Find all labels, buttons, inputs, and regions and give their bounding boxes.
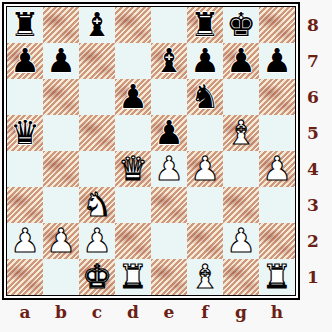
piece-black-pawn-b7[interactable]: ♟ <box>46 43 76 79</box>
square-c8[interactable]: ♝ <box>79 7 115 43</box>
square-c4[interactable] <box>79 151 115 187</box>
square-g2[interactable]: ♟ <box>223 223 259 259</box>
square-a7[interactable]: ♟ <box>7 43 43 79</box>
square-f7[interactable]: ♟ <box>187 43 223 79</box>
rank-label-5: 5 <box>299 115 327 151</box>
piece-white-queen-d4[interactable]: ♛ <box>118 151 148 187</box>
square-h8[interactable] <box>259 7 295 43</box>
square-a1[interactable] <box>7 259 43 295</box>
square-b7[interactable]: ♟ <box>43 43 79 79</box>
piece-white-pawn-g2[interactable]: ♟ <box>226 223 256 259</box>
piece-white-pawn-b2[interactable]: ♟ <box>46 223 76 259</box>
square-f2[interactable] <box>187 223 223 259</box>
square-h3[interactable] <box>259 187 295 223</box>
square-f3[interactable] <box>187 187 223 223</box>
square-e1[interactable] <box>151 259 187 295</box>
square-b3[interactable] <box>43 187 79 223</box>
piece-black-rook-f8[interactable]: ♜ <box>190 7 220 43</box>
square-f8[interactable]: ♜ <box>187 7 223 43</box>
square-e3[interactable] <box>151 187 187 223</box>
file-label-c: c <box>79 298 115 326</box>
rank-label-2: 2 <box>299 223 327 259</box>
piece-white-king-c1[interactable]: ♚ <box>82 259 112 295</box>
rank-label-4: 4 <box>299 151 327 187</box>
piece-white-pawn-h4[interactable]: ♟ <box>262 151 292 187</box>
piece-white-pawn-e4[interactable]: ♟ <box>154 151 184 187</box>
piece-black-bishop-e7[interactable]: ♝ <box>154 43 184 79</box>
square-g1[interactable] <box>223 259 259 295</box>
file-labels: abcdefgh <box>7 298 295 326</box>
square-g5[interactable]: ♝ <box>223 115 259 151</box>
file-label-h: h <box>259 298 295 326</box>
square-h5[interactable] <box>259 115 295 151</box>
square-c1[interactable]: ♚ <box>79 259 115 295</box>
square-b2[interactable]: ♟ <box>43 223 79 259</box>
square-e7[interactable]: ♝ <box>151 43 187 79</box>
rank-label-1: 1 <box>299 259 327 295</box>
square-b8[interactable] <box>43 7 79 43</box>
square-g8[interactable]: ♚ <box>223 7 259 43</box>
square-g3[interactable] <box>223 187 259 223</box>
square-e2[interactable] <box>151 223 187 259</box>
chess-board: ♜♝♜♚♟♟♝♟♟♟♟♞♛♟♝♛♟♟♟♞♟♟♟♟♚♜♝♜ <box>7 7 295 295</box>
square-g7[interactable]: ♟ <box>223 43 259 79</box>
square-e4[interactable]: ♟ <box>151 151 187 187</box>
rank-label-7: 7 <box>299 43 327 79</box>
square-b1[interactable] <box>43 259 79 295</box>
chess-board-border: ♜♝♜♚♟♟♝♟♟♟♟♞♛♟♝♛♟♟♟♞♟♟♟♟♚♜♝♜ <box>6 6 296 296</box>
piece-black-knight-f6[interactable]: ♞ <box>190 79 220 115</box>
piece-black-pawn-d6[interactable]: ♟ <box>118 79 148 115</box>
piece-white-bishop-g5[interactable]: ♝ <box>226 115 256 151</box>
piece-white-pawn-c2[interactable]: ♟ <box>82 223 112 259</box>
square-d3[interactable] <box>115 187 151 223</box>
square-a6[interactable] <box>7 79 43 115</box>
piece-black-pawn-g7[interactable]: ♟ <box>226 43 256 79</box>
square-h7[interactable]: ♟ <box>259 43 295 79</box>
square-c2[interactable]: ♟ <box>79 223 115 259</box>
square-h2[interactable] <box>259 223 295 259</box>
square-c6[interactable] <box>79 79 115 115</box>
piece-black-pawn-h7[interactable]: ♟ <box>262 43 292 79</box>
piece-black-bishop-c8[interactable]: ♝ <box>82 7 112 43</box>
square-h6[interactable] <box>259 79 295 115</box>
square-a8[interactable]: ♜ <box>7 7 43 43</box>
square-c7[interactable] <box>79 43 115 79</box>
piece-white-rook-d1[interactable]: ♜ <box>118 259 148 295</box>
square-d1[interactable]: ♜ <box>115 259 151 295</box>
square-a5[interactable]: ♛ <box>7 115 43 151</box>
square-a2[interactable]: ♟ <box>7 223 43 259</box>
piece-white-pawn-a2[interactable]: ♟ <box>10 223 40 259</box>
piece-black-king-g8[interactable]: ♚ <box>226 7 256 43</box>
file-label-g: g <box>223 298 259 326</box>
square-f1[interactable]: ♝ <box>187 259 223 295</box>
square-b6[interactable] <box>43 79 79 115</box>
rank-label-8: 8 <box>299 7 327 43</box>
file-label-e: e <box>151 298 187 326</box>
square-f6[interactable]: ♞ <box>187 79 223 115</box>
square-g4[interactable] <box>223 151 259 187</box>
chess-board-frame: ♜♝♜♚♟♟♝♟♟♟♟♞♛♟♝♛♟♟♟♞♟♟♟♟♚♜♝♜ <box>2 2 300 300</box>
rank-label-3: 3 <box>299 187 327 223</box>
square-d2[interactable] <box>115 223 151 259</box>
square-a3[interactable] <box>7 187 43 223</box>
file-label-f: f <box>187 298 223 326</box>
square-d7[interactable] <box>115 43 151 79</box>
square-c3[interactable]: ♞ <box>79 187 115 223</box>
square-f5[interactable] <box>187 115 223 151</box>
square-d5[interactable] <box>115 115 151 151</box>
piece-black-rook-a8[interactable]: ♜ <box>10 7 40 43</box>
piece-white-bishop-f1[interactable]: ♝ <box>190 259 220 295</box>
square-a4[interactable] <box>7 151 43 187</box>
square-g6[interactable] <box>223 79 259 115</box>
square-e8[interactable] <box>151 7 187 43</box>
piece-white-pawn-f4[interactable]: ♟ <box>190 151 220 187</box>
square-d6[interactable]: ♟ <box>115 79 151 115</box>
square-h1[interactable]: ♜ <box>259 259 295 295</box>
square-e6[interactable] <box>151 79 187 115</box>
square-c5[interactable] <box>79 115 115 151</box>
square-d8[interactable] <box>115 7 151 43</box>
piece-white-rook-h1[interactable]: ♜ <box>262 259 292 295</box>
square-f4[interactable]: ♟ <box>187 151 223 187</box>
square-d4[interactable]: ♛ <box>115 151 151 187</box>
piece-white-knight-c3[interactable]: ♞ <box>82 187 112 223</box>
square-b4[interactable] <box>43 151 79 187</box>
square-h4[interactable]: ♟ <box>259 151 295 187</box>
piece-black-queen-a5[interactable]: ♛ <box>10 115 40 151</box>
piece-black-pawn-a7[interactable]: ♟ <box>10 43 40 79</box>
file-label-d: d <box>115 298 151 326</box>
piece-black-pawn-e5[interactable]: ♟ <box>154 115 184 151</box>
file-label-a: a <box>7 298 43 326</box>
file-label-b: b <box>43 298 79 326</box>
rank-label-6: 6 <box>299 79 327 115</box>
square-b5[interactable] <box>43 115 79 151</box>
square-e5[interactable]: ♟ <box>151 115 187 151</box>
piece-black-pawn-f7[interactable]: ♟ <box>190 43 220 79</box>
rank-labels: 87654321 <box>299 7 327 295</box>
